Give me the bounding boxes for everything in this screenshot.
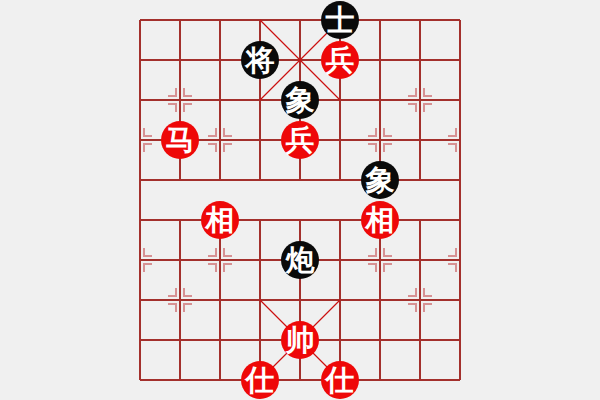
piece-glyph: 马 — [166, 121, 195, 159]
piece-red-soldier[interactable]: 兵 — [321, 41, 359, 79]
piece-red-advisor[interactable]: 仕 — [321, 361, 359, 399]
piece-glyph: 象 — [366, 161, 395, 199]
piece-glyph: 将 — [246, 41, 275, 79]
piece-black-elephant[interactable]: 象 — [281, 81, 319, 119]
piece-red-elephant[interactable]: 相 — [361, 201, 399, 239]
piece-black-general[interactable]: 将 — [241, 41, 279, 79]
xiangqi-app: 士将兵象马兵象相相炮帅仕仕 — [0, 0, 600, 400]
piece-black-advisor[interactable]: 士 — [321, 1, 359, 39]
piece-glyph: 兵 — [286, 121, 315, 159]
piece-glyph: 象 — [286, 81, 315, 119]
piece-red-general[interactable]: 帅 — [281, 321, 319, 359]
piece-glyph: 仕 — [326, 361, 355, 399]
piece-black-elephant[interactable]: 象 — [361, 161, 399, 199]
piece-glyph: 炮 — [286, 241, 315, 279]
piece-glyph: 兵 — [326, 41, 355, 79]
piece-red-horse[interactable]: 马 — [161, 121, 199, 159]
piece-glyph: 士 — [326, 1, 355, 39]
piece-red-advisor[interactable]: 仕 — [241, 361, 279, 399]
piece-red-soldier[interactable]: 兵 — [281, 121, 319, 159]
piece-layer: 士将兵象马兵象相相炮帅仕仕 — [120, 0, 480, 400]
piece-red-elephant[interactable]: 相 — [201, 201, 239, 239]
piece-glyph: 帅 — [286, 321, 315, 359]
piece-glyph: 相 — [206, 201, 235, 239]
piece-glyph: 相 — [366, 201, 395, 239]
piece-black-cannon[interactable]: 炮 — [281, 241, 319, 279]
xiangqi-board: 士将兵象马兵象相相炮帅仕仕 — [139, 19, 461, 381]
piece-glyph: 仕 — [246, 361, 275, 399]
